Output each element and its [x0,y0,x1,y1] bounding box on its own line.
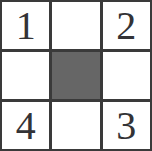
cell-r3c3[interactable]: 3 [103,102,150,149]
cell-r1c1[interactable]: 1 [2,2,49,49]
cell-r3c1[interactable]: 4 [2,102,49,149]
cell-r3c2[interactable] [52,102,99,149]
cell-r2c2-blocked [52,52,99,99]
cell-r2c1[interactable] [2,52,49,99]
cell-r1c2[interactable] [52,2,99,49]
cell-r1c3[interactable]: 2 [103,2,150,49]
puzzle-board: 1 2 4 3 [0,0,152,151]
cell-r2c3[interactable] [103,52,150,99]
